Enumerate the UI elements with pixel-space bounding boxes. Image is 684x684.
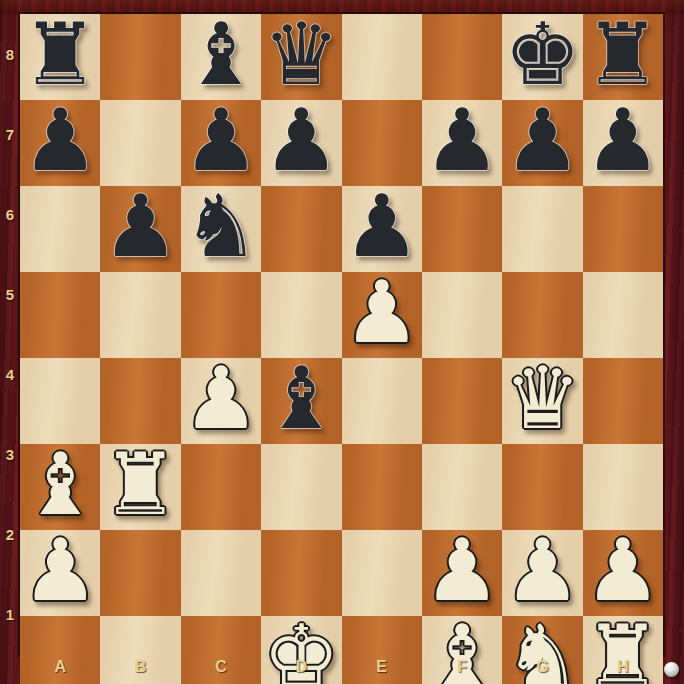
- square-b3[interactable]: ♜: [100, 444, 180, 530]
- file-label-e: E: [342, 656, 422, 678]
- piece-black-pawn[interactable]: ♟: [343, 183, 420, 269]
- piece-white-pawn[interactable]: ♟: [584, 527, 661, 613]
- square-b8[interactable]: [100, 14, 180, 100]
- file-label-f: F: [422, 656, 502, 678]
- piece-white-pawn[interactable]: ♟: [343, 269, 420, 355]
- square-g5[interactable]: [502, 272, 582, 358]
- rank-label-1: 1: [0, 575, 20, 655]
- rank-label-3: 3: [0, 415, 20, 495]
- square-g6[interactable]: [502, 186, 582, 272]
- square-d8[interactable]: ♛: [261, 14, 341, 100]
- piece-black-pawn[interactable]: ♟: [182, 97, 259, 183]
- square-f2[interactable]: ♟: [422, 530, 502, 616]
- piece-black-pawn[interactable]: ♟: [424, 97, 501, 183]
- square-d4[interactable]: ♝: [261, 358, 341, 444]
- square-f5[interactable]: [422, 272, 502, 358]
- chess-board-frame: 87654321 ♜♝♛♚♜♟♟♟♟♟♟♟♞♟♟♟♝♛♝♜♟♟♟♟♚♝♞♜ AB…: [0, 0, 684, 684]
- square-c8[interactable]: ♝: [181, 14, 261, 100]
- square-f8[interactable]: [422, 14, 502, 100]
- square-e5[interactable]: ♟: [342, 272, 422, 358]
- file-label-h: H: [583, 656, 663, 678]
- piece-white-bishop[interactable]: ♝: [22, 441, 99, 527]
- square-d6[interactable]: [261, 186, 341, 272]
- piece-black-bishop[interactable]: ♝: [182, 11, 259, 97]
- square-h6[interactable]: [583, 186, 663, 272]
- piece-black-rook[interactable]: ♜: [584, 11, 661, 97]
- square-f7[interactable]: ♟: [422, 100, 502, 186]
- square-c2[interactable]: [181, 530, 261, 616]
- square-d7[interactable]: ♟: [261, 100, 341, 186]
- square-c6[interactable]: ♞: [181, 186, 261, 272]
- square-f4[interactable]: [422, 358, 502, 444]
- piece-white-pawn[interactable]: ♟: [504, 527, 581, 613]
- square-b6[interactable]: ♟: [100, 186, 180, 272]
- piece-white-pawn[interactable]: ♟: [424, 527, 501, 613]
- square-g4[interactable]: ♛: [502, 358, 582, 444]
- square-a4[interactable]: [20, 358, 100, 444]
- rank-label-8: 8: [0, 14, 20, 94]
- square-b7[interactable]: [100, 100, 180, 186]
- piece-black-pawn[interactable]: ♟: [22, 97, 99, 183]
- square-e4[interactable]: [342, 358, 422, 444]
- square-c5[interactable]: [181, 272, 261, 358]
- file-label-b: B: [100, 656, 180, 678]
- rank-label-2: 2: [0, 495, 20, 575]
- square-a6[interactable]: [20, 186, 100, 272]
- square-h2[interactable]: ♟: [583, 530, 663, 616]
- square-c7[interactable]: ♟: [181, 100, 261, 186]
- chess-board: ♜♝♛♚♜♟♟♟♟♟♟♟♞♟♟♟♝♛♝♜♟♟♟♟♚♝♞♜: [20, 14, 663, 655]
- file-label-d: D: [261, 656, 341, 678]
- square-f6[interactable]: [422, 186, 502, 272]
- move-indicator-sphere: [664, 662, 679, 677]
- piece-black-pawn[interactable]: ♟: [102, 183, 179, 269]
- square-a8[interactable]: ♜: [20, 14, 100, 100]
- square-h7[interactable]: ♟: [583, 100, 663, 186]
- piece-black-queen[interactable]: ♛: [263, 11, 340, 97]
- square-a5[interactable]: [20, 272, 100, 358]
- square-g2[interactable]: ♟: [502, 530, 582, 616]
- file-labels: ABCDEFGH: [20, 656, 663, 678]
- piece-black-pawn[interactable]: ♟: [263, 97, 340, 183]
- square-e6[interactable]: ♟: [342, 186, 422, 272]
- rank-label-7: 7: [0, 94, 20, 174]
- piece-white-pawn[interactable]: ♟: [22, 527, 99, 613]
- square-b4[interactable]: [100, 358, 180, 444]
- square-a3[interactable]: ♝: [20, 444, 100, 530]
- square-a7[interactable]: ♟: [20, 100, 100, 186]
- square-d3[interactable]: [261, 444, 341, 530]
- square-g3[interactable]: [502, 444, 582, 530]
- square-h4[interactable]: [583, 358, 663, 444]
- piece-black-rook[interactable]: ♜: [22, 11, 99, 97]
- square-a2[interactable]: ♟: [20, 530, 100, 616]
- piece-black-pawn[interactable]: ♟: [504, 97, 581, 183]
- square-b5[interactable]: [100, 272, 180, 358]
- square-e8[interactable]: [342, 14, 422, 100]
- square-c3[interactable]: [181, 444, 261, 530]
- file-label-a: A: [20, 656, 100, 678]
- piece-black-bishop[interactable]: ♝: [263, 355, 340, 441]
- file-label-c: C: [181, 656, 261, 678]
- square-g8[interactable]: ♚: [502, 14, 582, 100]
- rank-label-4: 4: [0, 335, 20, 415]
- square-e3[interactable]: [342, 444, 422, 530]
- piece-white-pawn[interactable]: ♟: [182, 355, 259, 441]
- piece-white-queen[interactable]: ♛: [504, 355, 581, 441]
- square-b2[interactable]: [100, 530, 180, 616]
- piece-black-pawn[interactable]: ♟: [584, 97, 661, 183]
- piece-black-knight[interactable]: ♞: [182, 183, 259, 269]
- file-label-g: G: [502, 656, 582, 678]
- square-e2[interactable]: [342, 530, 422, 616]
- square-h3[interactable]: [583, 444, 663, 530]
- square-g7[interactable]: ♟: [502, 100, 582, 186]
- square-f3[interactable]: [422, 444, 502, 530]
- square-d5[interactable]: [261, 272, 341, 358]
- square-h8[interactable]: ♜: [583, 14, 663, 100]
- rank-label-6: 6: [0, 174, 20, 254]
- square-h5[interactable]: [583, 272, 663, 358]
- rank-labels: 87654321: [0, 14, 20, 655]
- square-c4[interactable]: ♟: [181, 358, 261, 444]
- square-e7[interactable]: [342, 100, 422, 186]
- rank-label-5: 5: [0, 254, 20, 334]
- square-d2[interactable]: [261, 530, 341, 616]
- piece-white-rook[interactable]: ♜: [102, 441, 179, 527]
- piece-black-king[interactable]: ♚: [504, 11, 581, 97]
